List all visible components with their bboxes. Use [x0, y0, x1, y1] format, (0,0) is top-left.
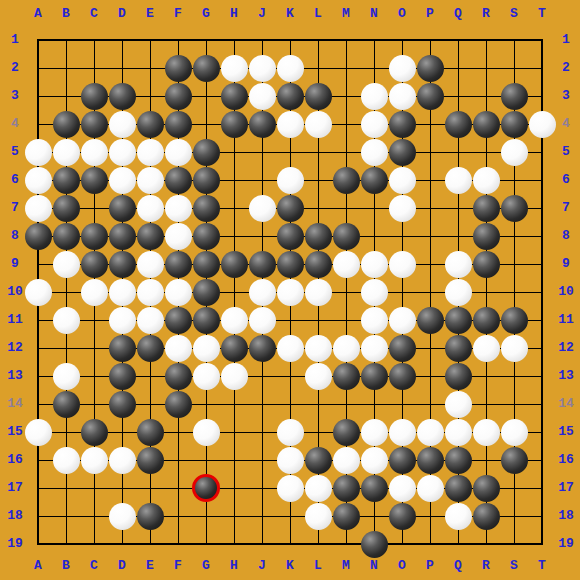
row-label-right-7: 7 [551, 201, 580, 215]
stone-black-D13 [109, 363, 136, 390]
stone-black-O4 [389, 111, 416, 138]
stone-white-A10 [25, 279, 52, 306]
row-label-right-2: 2 [551, 61, 580, 75]
stone-white-N9 [361, 251, 388, 278]
stone-white-E5 [137, 139, 164, 166]
stone-white-O15 [389, 419, 416, 446]
stone-black-J4 [249, 111, 276, 138]
col-label-top-F: F [163, 7, 193, 21]
col-label-top-Q: Q [443, 7, 473, 21]
col-label-top-P: P [415, 7, 445, 21]
row-label-left-18: 18 [0, 509, 30, 523]
stone-white-A5 [25, 139, 52, 166]
stone-black-E18 [137, 503, 164, 530]
stone-black-G11 [193, 307, 220, 334]
stone-black-Q13 [445, 363, 472, 390]
col-label-bottom-S: S [499, 559, 529, 573]
stone-black-R7 [473, 195, 500, 222]
row-label-right-11: 11 [551, 313, 580, 327]
stone-white-O9 [389, 251, 416, 278]
row-label-right-14: 14 [551, 397, 580, 411]
col-label-top-L: L [303, 7, 333, 21]
col-label-top-S: S [499, 7, 529, 21]
stone-white-N11 [361, 307, 388, 334]
stone-white-O17 [389, 475, 416, 502]
stone-white-N3 [361, 83, 388, 110]
stone-white-O3 [389, 83, 416, 110]
row-label-left-16: 16 [0, 453, 30, 467]
row-label-left-11: 11 [0, 313, 30, 327]
stone-white-K12 [277, 335, 304, 362]
row-label-left-13: 13 [0, 369, 30, 383]
stone-white-A15 [25, 419, 52, 446]
stone-black-G6 [193, 167, 220, 194]
stone-black-P11 [417, 307, 444, 334]
stone-black-O12 [389, 335, 416, 362]
row-label-right-15: 15 [551, 425, 580, 439]
row-label-left-4: 4 [0, 117, 30, 131]
stone-white-F8 [165, 223, 192, 250]
col-label-bottom-E: E [135, 559, 165, 573]
stone-white-S12 [501, 335, 528, 362]
stone-black-B6 [53, 167, 80, 194]
stone-white-B13 [53, 363, 80, 390]
stone-black-G8 [193, 223, 220, 250]
stone-black-O5 [389, 139, 416, 166]
stone-black-H9 [221, 251, 248, 278]
stone-black-J12 [249, 335, 276, 362]
stone-black-L8 [305, 223, 332, 250]
stone-white-K6 [277, 167, 304, 194]
stone-white-R12 [473, 335, 500, 362]
col-label-bottom-C: C [79, 559, 109, 573]
col-label-bottom-F: F [163, 559, 193, 573]
row-label-right-8: 8 [551, 229, 580, 243]
stone-white-J10 [249, 279, 276, 306]
row-label-right-13: 13 [551, 369, 580, 383]
stone-white-M12 [333, 335, 360, 362]
stone-white-Q9 [445, 251, 472, 278]
stone-white-B9 [53, 251, 80, 278]
stone-black-A8 [25, 223, 52, 250]
stone-white-M16 [333, 447, 360, 474]
stone-black-P16 [417, 447, 444, 474]
col-label-top-G: G [191, 7, 221, 21]
stone-white-E10 [137, 279, 164, 306]
stone-white-S5 [501, 139, 528, 166]
row-label-right-10: 10 [551, 285, 580, 299]
stone-black-E8 [137, 223, 164, 250]
stone-white-G15 [193, 419, 220, 446]
stone-black-F3 [165, 83, 192, 110]
row-label-right-3: 3 [551, 89, 580, 103]
stone-white-A7 [25, 195, 52, 222]
row-label-left-1: 1 [0, 33, 30, 47]
stone-black-C8 [81, 223, 108, 250]
col-label-top-H: H [219, 7, 249, 21]
stone-white-K10 [277, 279, 304, 306]
stone-white-L10 [305, 279, 332, 306]
col-label-bottom-N: N [359, 559, 389, 573]
stone-black-K9 [277, 251, 304, 278]
stone-white-S15 [501, 419, 528, 446]
col-label-top-O: O [387, 7, 417, 21]
stone-white-L18 [305, 503, 332, 530]
stone-black-S7 [501, 195, 528, 222]
stone-black-M13 [333, 363, 360, 390]
stone-black-C9 [81, 251, 108, 278]
stone-black-C3 [81, 83, 108, 110]
stone-white-E7 [137, 195, 164, 222]
stone-white-J11 [249, 307, 276, 334]
stone-black-Q11 [445, 307, 472, 334]
col-label-bottom-H: H [219, 559, 249, 573]
stone-black-O16 [389, 447, 416, 474]
stone-black-D8 [109, 223, 136, 250]
stone-black-C6 [81, 167, 108, 194]
col-label-bottom-G: G [191, 559, 221, 573]
row-label-right-18: 18 [551, 509, 580, 523]
stone-black-R8 [473, 223, 500, 250]
stone-white-J7 [249, 195, 276, 222]
stone-white-B16 [53, 447, 80, 474]
stone-black-O18 [389, 503, 416, 530]
stone-white-N4 [361, 111, 388, 138]
stone-white-N10 [361, 279, 388, 306]
col-label-bottom-K: K [275, 559, 305, 573]
stone-black-C4 [81, 111, 108, 138]
stone-black-D14 [109, 391, 136, 418]
stone-black-G5 [193, 139, 220, 166]
stone-black-S16 [501, 447, 528, 474]
stone-black-M6 [333, 167, 360, 194]
stone-white-O6 [389, 167, 416, 194]
stone-white-F12 [165, 335, 192, 362]
stone-black-P2 [417, 55, 444, 82]
row-label-right-12: 12 [551, 341, 580, 355]
col-label-top-E: E [135, 7, 165, 21]
stone-white-C10 [81, 279, 108, 306]
stone-black-H3 [221, 83, 248, 110]
stone-white-D16 [109, 447, 136, 474]
stone-black-K8 [277, 223, 304, 250]
stone-black-B8 [53, 223, 80, 250]
stone-white-E6 [137, 167, 164, 194]
stone-white-A6 [25, 167, 52, 194]
stone-black-C15 [81, 419, 108, 446]
stone-black-S4 [501, 111, 528, 138]
stone-white-F7 [165, 195, 192, 222]
stone-black-S3 [501, 83, 528, 110]
stone-white-O11 [389, 307, 416, 334]
stone-black-F4 [165, 111, 192, 138]
col-label-bottom-D: D [107, 559, 137, 573]
stone-white-P15 [417, 419, 444, 446]
col-label-bottom-J: J [247, 559, 277, 573]
stone-black-J9 [249, 251, 276, 278]
stone-black-F14 [165, 391, 192, 418]
stone-white-L12 [305, 335, 332, 362]
stone-black-K3 [277, 83, 304, 110]
row-label-right-5: 5 [551, 145, 580, 159]
stone-black-L16 [305, 447, 332, 474]
stone-white-Q18 [445, 503, 472, 530]
col-label-bottom-M: M [331, 559, 361, 573]
stone-white-D5 [109, 139, 136, 166]
stone-black-F2 [165, 55, 192, 82]
stone-black-F11 [165, 307, 192, 334]
stone-black-G9 [193, 251, 220, 278]
stone-white-N5 [361, 139, 388, 166]
stone-black-H4 [221, 111, 248, 138]
stone-black-L3 [305, 83, 332, 110]
stone-white-E11 [137, 307, 164, 334]
stone-black-K7 [277, 195, 304, 222]
stone-white-Q10 [445, 279, 472, 306]
stone-black-M8 [333, 223, 360, 250]
stone-white-H13 [221, 363, 248, 390]
stone-black-Q4 [445, 111, 472, 138]
stone-white-C5 [81, 139, 108, 166]
row-label-right-1: 1 [551, 33, 580, 47]
stone-white-Q14 [445, 391, 472, 418]
col-label-top-M: M [331, 7, 361, 21]
stone-white-J2 [249, 55, 276, 82]
col-label-bottom-O: O [387, 559, 417, 573]
stone-black-N17 [361, 475, 388, 502]
stone-black-B7 [53, 195, 80, 222]
row-label-left-9: 9 [0, 257, 30, 271]
col-label-bottom-A: A [23, 559, 53, 573]
stone-white-B11 [53, 307, 80, 334]
stone-black-L9 [305, 251, 332, 278]
stone-white-K4 [277, 111, 304, 138]
col-label-top-A: A [23, 7, 53, 21]
stone-black-D3 [109, 83, 136, 110]
stone-black-F9 [165, 251, 192, 278]
stone-black-Q16 [445, 447, 472, 474]
stone-white-D6 [109, 167, 136, 194]
stone-black-N6 [361, 167, 388, 194]
stone-black-E15 [137, 419, 164, 446]
stone-black-R9 [473, 251, 500, 278]
stone-white-C16 [81, 447, 108, 474]
col-label-top-C: C [79, 7, 109, 21]
stone-black-S11 [501, 307, 528, 334]
stone-black-R11 [473, 307, 500, 334]
stone-black-G2 [193, 55, 220, 82]
stone-black-Q12 [445, 335, 472, 362]
col-label-top-D: D [107, 7, 137, 21]
col-label-top-K: K [275, 7, 305, 21]
stone-black-R18 [473, 503, 500, 530]
stone-white-R6 [473, 167, 500, 194]
stone-white-D10 [109, 279, 136, 306]
row-label-left-2: 2 [0, 61, 30, 75]
stone-black-R17 [473, 475, 500, 502]
stone-black-F13 [165, 363, 192, 390]
stone-white-B5 [53, 139, 80, 166]
stone-white-D11 [109, 307, 136, 334]
col-label-bottom-T: T [527, 559, 557, 573]
stone-white-K15 [277, 419, 304, 446]
stone-white-K16 [277, 447, 304, 474]
stone-white-N15 [361, 419, 388, 446]
stone-white-N16 [361, 447, 388, 474]
stone-black-M15 [333, 419, 360, 446]
marked-last-move-black-G17 [192, 474, 220, 502]
stone-white-O7 [389, 195, 416, 222]
stone-black-N13 [361, 363, 388, 390]
stone-white-H11 [221, 307, 248, 334]
stone-black-E12 [137, 335, 164, 362]
stone-white-H2 [221, 55, 248, 82]
stone-white-T4 [529, 111, 556, 138]
stone-black-M17 [333, 475, 360, 502]
row-label-right-17: 17 [551, 481, 580, 495]
stone-white-K2 [277, 55, 304, 82]
col-label-top-N: N [359, 7, 389, 21]
stone-black-F6 [165, 167, 192, 194]
stone-black-O13 [389, 363, 416, 390]
stone-black-H12 [221, 335, 248, 362]
row-label-left-12: 12 [0, 341, 30, 355]
stone-white-M9 [333, 251, 360, 278]
row-label-left-14: 14 [0, 397, 30, 411]
col-label-top-B: B [51, 7, 81, 21]
col-label-top-J: J [247, 7, 277, 21]
stone-white-L4 [305, 111, 332, 138]
col-label-top-R: R [471, 7, 501, 21]
stone-black-P3 [417, 83, 444, 110]
col-label-top-T: T [527, 7, 557, 21]
stone-black-B4 [53, 111, 80, 138]
stone-white-P17 [417, 475, 444, 502]
stone-black-G10 [193, 279, 220, 306]
row-label-right-9: 9 [551, 257, 580, 271]
stone-black-E16 [137, 447, 164, 474]
stone-white-J3 [249, 83, 276, 110]
stone-white-F10 [165, 279, 192, 306]
stone-white-O2 [389, 55, 416, 82]
stone-white-E9 [137, 251, 164, 278]
stone-black-D9 [109, 251, 136, 278]
row-label-left-19: 19 [0, 537, 30, 551]
stone-white-D18 [109, 503, 136, 530]
col-label-bottom-L: L [303, 559, 333, 573]
stone-white-R15 [473, 419, 500, 446]
stone-white-L17 [305, 475, 332, 502]
stone-black-D7 [109, 195, 136, 222]
go-board[interactable]: AABBCCDDEEFFGGHHJJKKLLMMNNOOPPQQRRSSTT11… [0, 0, 580, 580]
stone-black-G7 [193, 195, 220, 222]
col-label-bottom-R: R [471, 559, 501, 573]
col-label-bottom-B: B [51, 559, 81, 573]
stone-white-G13 [193, 363, 220, 390]
col-label-bottom-P: P [415, 559, 445, 573]
stone-black-M18 [333, 503, 360, 530]
row-label-right-19: 19 [551, 537, 580, 551]
row-label-left-3: 3 [0, 89, 30, 103]
stone-white-L13 [305, 363, 332, 390]
stone-black-D12 [109, 335, 136, 362]
stone-black-B14 [53, 391, 80, 418]
stone-black-E4 [137, 111, 164, 138]
stone-white-Q15 [445, 419, 472, 446]
row-label-right-16: 16 [551, 453, 580, 467]
stone-black-N19 [361, 531, 388, 558]
stone-black-Q17 [445, 475, 472, 502]
stone-black-R4 [473, 111, 500, 138]
row-label-right-6: 6 [551, 173, 580, 187]
stone-white-K17 [277, 475, 304, 502]
stone-white-Q6 [445, 167, 472, 194]
stone-white-D4 [109, 111, 136, 138]
col-label-bottom-Q: Q [443, 559, 473, 573]
row-label-left-17: 17 [0, 481, 30, 495]
stone-white-F5 [165, 139, 192, 166]
stone-white-N12 [361, 335, 388, 362]
stone-white-G12 [193, 335, 220, 362]
